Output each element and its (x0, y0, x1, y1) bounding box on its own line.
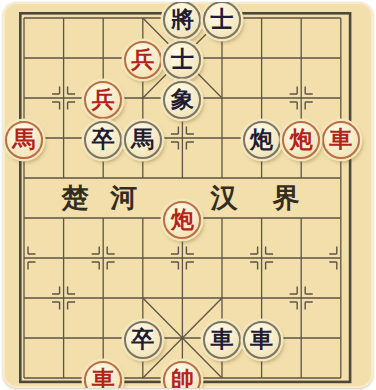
board-card: 楚 河 汉 界 將士兵士兵象馬卒馬炮車炮炮卒車車車帥 (3, 2, 373, 388)
piece-black-advisor[interactable]: 士 (163, 41, 201, 79)
piece-glyph: 卒 (92, 122, 115, 156)
piece-glyph: 象 (171, 82, 194, 116)
piece-glyph: 車 (211, 322, 234, 356)
board-layer: 楚 河 汉 界 將士兵士兵象馬卒馬炮車炮炮卒車車車帥 (3, 2, 373, 388)
piece-glyph: 馬 (13, 122, 36, 156)
piece-red-cannon[interactable]: 炮 (282, 121, 320, 159)
piece-glyph: 士 (171, 42, 194, 76)
piece-glyph: 馬 (131, 122, 154, 156)
piece-red-chariot[interactable]: 車 (322, 121, 360, 159)
piece-black-elephant[interactable]: 象 (163, 81, 201, 119)
piece-glyph: 卒 (131, 322, 154, 356)
piece-black-horse[interactable]: 馬 (124, 121, 162, 159)
piece-red-horse[interactable]: 馬 (5, 121, 43, 159)
piece-black-general[interactable]: 將 (163, 2, 201, 39)
piece-glyph: 將 (171, 2, 194, 36)
piece-black-advisor[interactable]: 士 (203, 2, 241, 39)
piece-red-general[interactable]: 帥 (163, 361, 201, 388)
piece-glyph: 炮 (171, 202, 194, 236)
pieces-layer: 將士兵士兵象馬卒馬炮車炮炮卒車車車帥 (3, 2, 373, 388)
screenshot-root: 楚 河 汉 界 將士兵士兵象馬卒馬炮車炮炮卒車車車帥 (0, 0, 376, 390)
piece-black-soldier[interactable]: 卒 (84, 121, 122, 159)
piece-glyph: 炮 (290, 122, 313, 156)
piece-black-chariot[interactable]: 車 (203, 321, 241, 359)
piece-black-soldier[interactable]: 卒 (124, 321, 162, 359)
piece-red-soldier[interactable]: 兵 (84, 81, 122, 119)
piece-red-cannon[interactable]: 炮 (163, 201, 201, 239)
piece-glyph: 炮 (250, 122, 273, 156)
piece-glyph: 士 (211, 2, 234, 36)
piece-glyph: 帥 (171, 362, 194, 388)
piece-glyph: 車 (329, 122, 352, 156)
piece-black-chariot[interactable]: 車 (243, 321, 281, 359)
piece-glyph: 兵 (131, 42, 154, 76)
piece-glyph: 車 (250, 322, 273, 356)
piece-black-cannon[interactable]: 炮 (243, 121, 281, 159)
piece-red-chariot[interactable]: 車 (84, 361, 122, 388)
piece-glyph: 兵 (92, 82, 115, 116)
piece-red-soldier[interactable]: 兵 (124, 41, 162, 79)
piece-glyph: 車 (92, 362, 115, 388)
